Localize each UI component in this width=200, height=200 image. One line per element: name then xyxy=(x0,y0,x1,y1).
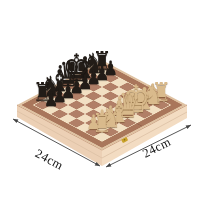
dimension-arrow-left-start xyxy=(13,119,18,123)
dimension-arrow-right-end xyxy=(186,125,191,129)
piece-white-pawn: ♟ xyxy=(94,107,110,127)
dimension-arrow-right-start xyxy=(106,163,111,167)
piece-white-pawn: ♟ xyxy=(85,112,101,132)
product-photo[interactable]: ♜♞♝♛♚♝♞♜♟♟♟♟♟♟♟♟♟♟♟♟♟♟♟♟♜♞♝♛♚♝♞♜ 24cm 24… xyxy=(0,0,200,200)
piece-white-rook: ♜ xyxy=(91,110,112,136)
piece-white-knight: ♞ xyxy=(99,104,122,132)
